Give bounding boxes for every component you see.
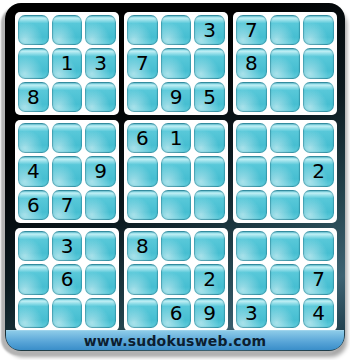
cell-r4c4[interactable]: 6 [127,123,158,153]
cell-r6c5[interactable] [161,190,192,220]
cell-r9c4[interactable] [127,298,158,328]
cell-r2c9[interactable] [303,48,334,78]
cell-r8c8[interactable] [270,264,301,294]
cell-r8c3[interactable] [85,264,116,294]
cell-r2c1[interactable] [18,48,49,78]
cell-r6c7[interactable] [236,190,267,220]
cell-r3c2[interactable] [52,82,83,112]
cell-r7c4[interactable]: 8 [127,231,158,261]
sudoku-screenshot: 1383795784967612368269734 www.sudokusweb… [0,0,350,360]
cell-r7c2[interactable]: 3 [52,231,83,261]
cell-r9c2[interactable] [52,298,83,328]
cell-r7c5[interactable] [161,231,192,261]
box-3x3-r1c1: 138 [15,12,119,115]
cell-r9c8[interactable] [270,298,301,328]
cell-r6c2[interactable]: 7 [52,190,83,220]
cell-r2c4[interactable]: 7 [127,48,158,78]
cell-r6c4[interactable] [127,190,158,220]
cell-r1c8[interactable] [270,15,301,45]
cell-r6c1[interactable]: 6 [18,190,49,220]
cell-r8c1[interactable] [18,264,49,294]
cell-r1c4[interactable] [127,15,158,45]
cell-r2c3[interactable]: 3 [85,48,116,78]
cell-r8c2[interactable]: 6 [52,264,83,294]
cell-r9c9[interactable]: 4 [303,298,334,328]
cell-r8c9[interactable]: 7 [303,264,334,294]
footer-bar: www.sudokusweb.com [6,330,344,350]
cell-r3c4[interactable] [127,82,158,112]
cell-r2c5[interactable] [161,48,192,78]
cell-r4c9[interactable] [303,123,334,153]
cell-r8c6[interactable]: 2 [194,264,225,294]
cell-r4c3[interactable] [85,123,116,153]
cell-r4c2[interactable] [52,123,83,153]
box-3x3-r1c2: 3795 [124,12,228,115]
board-grid: 1383795784967612368269734 [15,12,337,331]
cell-r4c7[interactable] [236,123,267,153]
cell-r4c1[interactable] [18,123,49,153]
cell-r5c1[interactable]: 4 [18,156,49,186]
cell-r1c1[interactable] [18,15,49,45]
cell-r7c6[interactable] [194,231,225,261]
cell-r7c1[interactable] [18,231,49,261]
box-3x3-r2c2: 61 [124,120,228,223]
cell-r5c8[interactable] [270,156,301,186]
cell-r5c2[interactable] [52,156,83,186]
cell-r2c7[interactable]: 8 [236,48,267,78]
cell-r7c3[interactable] [85,231,116,261]
cell-r5c5[interactable] [161,156,192,186]
cell-r5c6[interactable] [194,156,225,186]
board-frame: 1383795784967612368269734 www.sudokusweb… [5,3,345,351]
cell-r8c7[interactable] [236,264,267,294]
box-3x3-r3c2: 8269 [124,228,228,331]
cell-r3c6[interactable]: 5 [194,82,225,112]
box-3x3-r2c3: 2 [233,120,337,223]
cell-r3c3[interactable] [85,82,116,112]
cell-r2c6[interactable] [194,48,225,78]
cell-r7c9[interactable] [303,231,334,261]
box-3x3-r3c1: 36 [15,228,119,331]
cell-r8c5[interactable] [161,264,192,294]
cell-r2c2[interactable]: 1 [52,48,83,78]
cell-r1c7[interactable]: 7 [236,15,267,45]
cell-r3c9[interactable] [303,82,334,112]
cell-r4c5[interactable]: 1 [161,123,192,153]
cell-r6c8[interactable] [270,190,301,220]
cell-r1c2[interactable] [52,15,83,45]
cell-r9c5[interactable]: 6 [161,298,192,328]
box-3x3-r1c3: 78 [233,12,337,115]
cell-r9c1[interactable] [18,298,49,328]
cell-r7c8[interactable] [270,231,301,261]
cell-r6c9[interactable] [303,190,334,220]
cell-r1c6[interactable]: 3 [194,15,225,45]
cell-r2c8[interactable] [270,48,301,78]
site-url: www.sudokusweb.com [84,333,267,349]
cell-r9c3[interactable] [85,298,116,328]
cell-r3c7[interactable] [236,82,267,112]
cell-r8c4[interactable] [127,264,158,294]
cell-r6c6[interactable] [194,190,225,220]
cell-r3c1[interactable]: 8 [18,82,49,112]
cell-r1c9[interactable] [303,15,334,45]
cell-r1c5[interactable] [161,15,192,45]
cell-r3c8[interactable] [270,82,301,112]
box-3x3-r3c3: 734 [233,228,337,331]
cell-r5c9[interactable]: 2 [303,156,334,186]
cell-r3c5[interactable]: 9 [161,82,192,112]
cell-r5c3[interactable]: 9 [85,156,116,186]
cell-r4c8[interactable] [270,123,301,153]
cell-r5c7[interactable] [236,156,267,186]
cell-r7c7[interactable] [236,231,267,261]
cell-r9c7[interactable]: 3 [236,298,267,328]
cell-r9c6[interactable]: 9 [194,298,225,328]
cell-r5c4[interactable] [127,156,158,186]
box-3x3-r2c1: 4967 [15,120,119,223]
cell-r6c3[interactable] [85,190,116,220]
cell-r1c3[interactable] [85,15,116,45]
cell-r4c6[interactable] [194,123,225,153]
